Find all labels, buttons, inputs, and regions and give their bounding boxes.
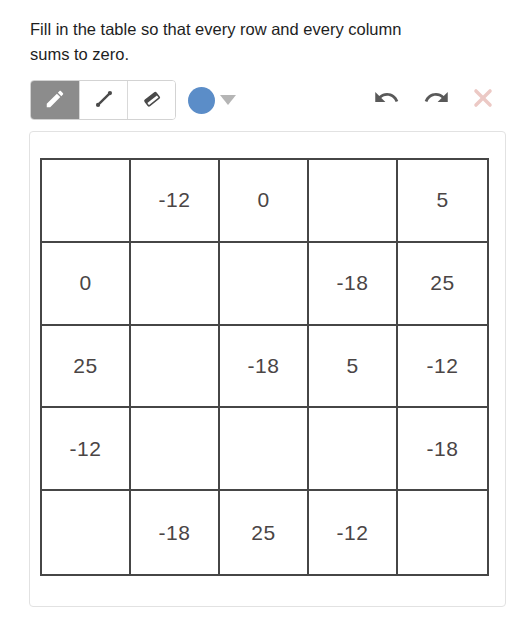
grid-cell-r0c1[interactable]: -12 [131,160,220,243]
eraser-tool-button[interactable] [127,81,175,119]
instructions-line1: Fill in the table so that every row and … [30,20,401,38]
x-icon [470,85,496,114]
color-picker-button[interactable] [184,80,236,120]
grid-cell-r3c1[interactable] [131,408,220,491]
grid-cell-r1c2[interactable] [220,243,309,326]
puzzle-grid: -12 0 5 0 -18 25 25 -18 5 -12 -12 -18 -1… [40,158,489,576]
line-segment-icon [93,88,115,113]
grid-cell-r2c0[interactable]: 25 [42,326,131,409]
grid-cell-r0c2[interactable]: 0 [220,160,309,243]
grid-cell-r1c1[interactable] [131,243,220,326]
grid-cell-r3c2[interactable] [220,408,309,491]
grid-cell-r1c4[interactable]: 25 [398,243,487,326]
instructions: Fill in the table so that every row and … [30,17,500,67]
pencil-icon [44,88,66,113]
instructions-line2: sums to zero. [30,45,129,63]
grid-cell-r2c3[interactable]: 5 [309,326,398,409]
grid-cell-r0c3[interactable] [309,160,398,243]
grid-cell-r3c4[interactable]: -18 [398,408,487,491]
color-swatch-icon [188,87,215,114]
grid-cell-r0c4[interactable]: 5 [398,160,487,243]
grid-cell-r1c3[interactable]: -18 [309,243,398,326]
drawing-canvas[interactable]: -12 0 5 0 -18 25 25 -18 5 -12 -12 -18 -1… [29,131,506,607]
grid-cell-r1c0[interactable]: 0 [42,243,131,326]
grid-cell-r4c4[interactable] [398,491,487,574]
chevron-down-icon [220,95,236,105]
line-tool-button[interactable] [79,81,127,119]
tool-group [30,80,176,120]
pencil-tool-button[interactable] [31,81,79,119]
grid-cell-r0c0[interactable] [42,160,131,243]
grid-cell-r3c3[interactable] [309,408,398,491]
redo-button[interactable] [422,85,450,113]
grid-cell-r4c2[interactable]: 25 [220,491,309,574]
eraser-icon [141,88,163,113]
grid-cell-r2c1[interactable] [131,326,220,409]
grid-cell-r2c4[interactable]: -12 [398,326,487,409]
grid-cell-r4c3[interactable]: -12 [309,491,398,574]
redo-arrow-icon [423,84,450,114]
grid-cell-r2c2[interactable]: -18 [220,326,309,409]
grid-cell-r3c0[interactable]: -12 [42,408,131,491]
undo-button[interactable] [372,85,400,113]
grid-cell-r4c1[interactable]: -18 [131,491,220,574]
undo-arrow-icon [373,84,400,114]
delete-button[interactable] [469,85,497,113]
grid-cell-r4c0[interactable] [42,491,131,574]
